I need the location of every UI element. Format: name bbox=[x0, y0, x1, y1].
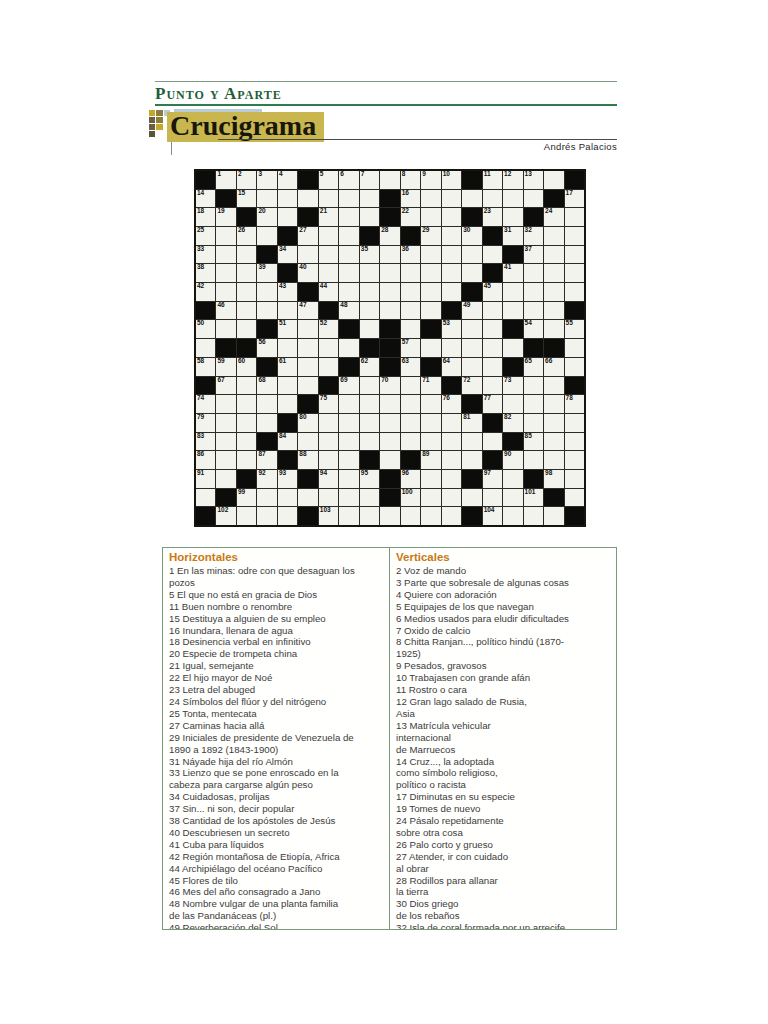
grid-cell[interactable] bbox=[565, 264, 584, 282]
grid-cell[interactable]: 99 bbox=[237, 489, 256, 507]
grid-cell[interactable]: 87 bbox=[257, 451, 276, 469]
grid-cell[interactable] bbox=[298, 377, 317, 395]
grid-cell[interactable] bbox=[565, 208, 584, 226]
grid-cell[interactable]: 94 bbox=[319, 470, 338, 488]
grid-cell[interactable] bbox=[360, 302, 379, 320]
grid-cell[interactable]: 11 bbox=[483, 171, 502, 189]
grid-cell[interactable] bbox=[503, 489, 522, 507]
grid-cell[interactable] bbox=[380, 283, 399, 301]
grid-cell[interactable] bbox=[462, 358, 481, 376]
grid-cell[interactable] bbox=[257, 227, 276, 245]
grid-cell[interactable]: 60 bbox=[237, 358, 256, 376]
grid-cell[interactable] bbox=[237, 246, 256, 264]
grid-cell[interactable] bbox=[421, 339, 440, 357]
grid-cell[interactable] bbox=[360, 507, 379, 525]
grid-cell[interactable] bbox=[442, 246, 461, 264]
grid-cell[interactable]: 79 bbox=[196, 414, 215, 432]
grid-cell[interactable]: 25 bbox=[196, 227, 215, 245]
grid-cell[interactable] bbox=[237, 395, 256, 413]
grid-cell[interactable] bbox=[524, 451, 543, 469]
grid-cell[interactable]: 92 bbox=[257, 470, 276, 488]
grid-cell[interactable]: 82 bbox=[503, 414, 522, 432]
grid-cell[interactable]: 76 bbox=[442, 395, 461, 413]
grid-cell[interactable] bbox=[257, 283, 276, 301]
grid-cell[interactable] bbox=[339, 470, 358, 488]
grid-cell[interactable]: 88 bbox=[298, 451, 317, 469]
grid-cell[interactable] bbox=[421, 190, 440, 208]
grid-cell[interactable] bbox=[339, 433, 358, 451]
grid-cell[interactable]: 91 bbox=[196, 470, 215, 488]
grid-cell[interactable] bbox=[319, 264, 338, 282]
grid-cell[interactable]: 49 bbox=[462, 302, 481, 320]
grid-cell[interactable] bbox=[544, 171, 563, 189]
grid-cell[interactable]: 16 bbox=[401, 190, 420, 208]
grid-cell[interactable] bbox=[565, 283, 584, 301]
grid-cell[interactable] bbox=[237, 507, 256, 525]
grid-cell[interactable]: 40 bbox=[298, 264, 317, 282]
grid-cell[interactable] bbox=[380, 302, 399, 320]
grid-cell[interactable] bbox=[237, 377, 256, 395]
grid-cell[interactable] bbox=[421, 433, 440, 451]
grid-cell[interactable] bbox=[421, 395, 440, 413]
grid-cell[interactable]: 37 bbox=[524, 246, 543, 264]
grid-cell[interactable] bbox=[360, 377, 379, 395]
grid-cell[interactable] bbox=[237, 283, 256, 301]
grid-cell[interactable]: 58 bbox=[196, 358, 215, 376]
grid-cell[interactable]: 18 bbox=[196, 208, 215, 226]
grid-cell[interactable]: 93 bbox=[278, 470, 297, 488]
grid-cell[interactable] bbox=[565, 339, 584, 357]
grid-cell[interactable]: 103 bbox=[319, 507, 338, 525]
grid-cell[interactable] bbox=[524, 264, 543, 282]
grid-cell[interactable] bbox=[278, 489, 297, 507]
grid-cell[interactable] bbox=[216, 320, 235, 338]
grid-cell[interactable]: 75 bbox=[319, 395, 338, 413]
grid-cell[interactable] bbox=[237, 451, 256, 469]
grid-cell[interactable]: 33 bbox=[196, 246, 215, 264]
grid-cell[interactable] bbox=[462, 339, 481, 357]
grid-cell[interactable] bbox=[503, 507, 522, 525]
grid-cell[interactable] bbox=[462, 451, 481, 469]
grid-cell[interactable]: 63 bbox=[401, 358, 420, 376]
crossword-grid[interactable]: 1234567891011121314151617181920212223242… bbox=[194, 169, 586, 527]
grid-cell[interactable] bbox=[503, 470, 522, 488]
grid-cell[interactable] bbox=[380, 171, 399, 189]
grid-cell[interactable] bbox=[544, 395, 563, 413]
grid-cell[interactable]: 7 bbox=[360, 171, 379, 189]
grid-cell[interactable]: 101 bbox=[524, 489, 543, 507]
grid-cell[interactable] bbox=[503, 302, 522, 320]
grid-cell[interactable]: 100 bbox=[401, 489, 420, 507]
grid-cell[interactable]: 14 bbox=[196, 190, 215, 208]
grid-cell[interactable] bbox=[339, 208, 358, 226]
grid-cell[interactable]: 85 bbox=[524, 433, 543, 451]
grid-cell[interactable]: 26 bbox=[237, 227, 256, 245]
grid-cell[interactable] bbox=[503, 283, 522, 301]
grid-cell[interactable]: 61 bbox=[278, 358, 297, 376]
grid-cell[interactable] bbox=[319, 414, 338, 432]
clue-line: como símbolo religioso, bbox=[396, 767, 611, 779]
grid-cell[interactable] bbox=[298, 489, 317, 507]
grid-cell[interactable] bbox=[339, 227, 358, 245]
grid-cell[interactable]: 68 bbox=[257, 377, 276, 395]
grid-cell[interactable] bbox=[462, 264, 481, 282]
grid-cell[interactable] bbox=[544, 264, 563, 282]
grid-cell[interactable] bbox=[462, 320, 481, 338]
grid-cell[interactable]: 41 bbox=[503, 264, 522, 282]
grid-cell[interactable] bbox=[442, 208, 461, 226]
grid-cell[interactable] bbox=[298, 190, 317, 208]
grid-cell[interactable]: 28 bbox=[380, 227, 399, 245]
grid-cell[interactable] bbox=[216, 227, 235, 245]
grid-cell[interactable] bbox=[339, 264, 358, 282]
grid-cell[interactable] bbox=[319, 451, 338, 469]
grid-cell[interactable] bbox=[483, 246, 502, 264]
grid-cell[interactable]: 22 bbox=[401, 208, 420, 226]
grid-cell[interactable] bbox=[380, 433, 399, 451]
grid-cell[interactable]: 50 bbox=[196, 320, 215, 338]
grid-cell[interactable] bbox=[442, 264, 461, 282]
grid-cell[interactable]: 5 bbox=[319, 171, 338, 189]
grid-cell[interactable]: 59 bbox=[216, 358, 235, 376]
grid-cell[interactable]: 77 bbox=[483, 395, 502, 413]
grid-cell[interactable]: 86 bbox=[196, 451, 215, 469]
grid-cell[interactable] bbox=[442, 507, 461, 525]
grid-cell[interactable]: 35 bbox=[360, 246, 379, 264]
grid-cell[interactable] bbox=[278, 395, 297, 413]
grid-cell[interactable]: 90 bbox=[503, 451, 522, 469]
grid-cell[interactable]: 80 bbox=[298, 414, 317, 432]
grid-cell[interactable] bbox=[483, 489, 502, 507]
grid-cell[interactable] bbox=[298, 433, 317, 451]
grid-cell[interactable] bbox=[462, 489, 481, 507]
grid-cell[interactable]: 55 bbox=[565, 320, 584, 338]
grid-cell[interactable] bbox=[278, 208, 297, 226]
grid-cell[interactable] bbox=[544, 433, 563, 451]
grid-cell[interactable]: 97 bbox=[483, 470, 502, 488]
grid-cell[interactable] bbox=[421, 507, 440, 525]
grid-cell[interactable] bbox=[257, 190, 276, 208]
grid-cell[interactable] bbox=[278, 302, 297, 320]
grid-cell[interactable] bbox=[360, 190, 379, 208]
grid-cell[interactable]: 10 bbox=[442, 171, 461, 189]
grid-cell[interactable] bbox=[278, 190, 297, 208]
grid-cell[interactable] bbox=[421, 470, 440, 488]
verticales-clues: 2 Voz de mando3 Parte que sobresale de a… bbox=[396, 565, 611, 930]
grid-cell[interactable] bbox=[339, 489, 358, 507]
grid-cell[interactable]: 30 bbox=[462, 227, 481, 245]
grid-cell[interactable] bbox=[380, 414, 399, 432]
grid-cell[interactable] bbox=[524, 302, 543, 320]
grid-cell[interactable]: 34 bbox=[278, 246, 297, 264]
grid-cell[interactable]: 31 bbox=[503, 227, 522, 245]
grid-cell[interactable]: 32 bbox=[524, 227, 543, 245]
grid-cell[interactable]: 24 bbox=[544, 208, 563, 226]
grid-cell[interactable] bbox=[421, 246, 440, 264]
grid-cell[interactable] bbox=[257, 414, 276, 432]
grid-cell[interactable] bbox=[565, 246, 584, 264]
grid-cell[interactable] bbox=[237, 264, 256, 282]
grid-cell[interactable]: 44 bbox=[319, 283, 338, 301]
grid-cell[interactable] bbox=[483, 320, 502, 338]
grid-cell[interactable] bbox=[278, 339, 297, 357]
grid-cell[interactable] bbox=[278, 377, 297, 395]
grid-cell[interactable] bbox=[298, 358, 317, 376]
grid-cell[interactable] bbox=[483, 377, 502, 395]
grid-cell[interactable] bbox=[524, 395, 543, 413]
grid-cell[interactable]: 78 bbox=[565, 395, 584, 413]
grid-cell[interactable]: 81 bbox=[462, 414, 481, 432]
grid-cell[interactable] bbox=[565, 414, 584, 432]
grid-cell[interactable] bbox=[544, 302, 563, 320]
grid-cell[interactable] bbox=[298, 246, 317, 264]
grid-cell[interactable] bbox=[257, 507, 276, 525]
grid-cell[interactable]: 72 bbox=[462, 377, 481, 395]
grid-cell[interactable] bbox=[544, 320, 563, 338]
grid-cell[interactable] bbox=[319, 339, 338, 357]
grid-cell[interactable]: 13 bbox=[524, 171, 543, 189]
grid-cell-black bbox=[360, 451, 379, 469]
grid-cell[interactable]: 9 bbox=[421, 171, 440, 189]
grid-cell[interactable]: 73 bbox=[503, 377, 522, 395]
grid-cell[interactable] bbox=[421, 302, 440, 320]
grid-cell[interactable] bbox=[298, 339, 317, 357]
grid-cell[interactable] bbox=[339, 507, 358, 525]
grid-cell[interactable]: 56 bbox=[257, 339, 276, 357]
grid-cell[interactable] bbox=[216, 246, 235, 264]
grid-cell[interactable]: 102 bbox=[216, 507, 235, 525]
grid-cell[interactable]: 1 bbox=[216, 171, 235, 189]
grid-cell[interactable] bbox=[442, 414, 461, 432]
grid-cell[interactable] bbox=[524, 507, 543, 525]
grid-cell[interactable] bbox=[442, 190, 461, 208]
grid-cell[interactable] bbox=[503, 208, 522, 226]
grid-cell[interactable]: 83 bbox=[196, 433, 215, 451]
grid-cell[interactable] bbox=[237, 433, 256, 451]
grid-cell[interactable] bbox=[216, 264, 235, 282]
grid-cell[interactable] bbox=[360, 395, 379, 413]
grid-cell[interactable] bbox=[401, 395, 420, 413]
grid-cell[interactable]: 74 bbox=[196, 395, 215, 413]
grid-cell[interactable] bbox=[503, 339, 522, 357]
grid-cell[interactable]: 57 bbox=[401, 339, 420, 357]
grid-cell[interactable] bbox=[401, 414, 420, 432]
grid-cell[interactable]: 104 bbox=[483, 507, 502, 525]
grid-cell[interactable]: 23 bbox=[483, 208, 502, 226]
grid-cell[interactable] bbox=[483, 358, 502, 376]
grid-cell[interactable] bbox=[319, 246, 338, 264]
grid-cell[interactable]: 27 bbox=[298, 227, 317, 245]
grid-cell[interactable]: 89 bbox=[421, 451, 440, 469]
grid-cell[interactable] bbox=[421, 208, 440, 226]
grid-cell[interactable]: 84 bbox=[278, 433, 297, 451]
grid-cell[interactable]: 6 bbox=[339, 171, 358, 189]
grid-cell[interactable] bbox=[380, 507, 399, 525]
grid-cell[interactable] bbox=[216, 395, 235, 413]
grid-cell[interactable] bbox=[319, 190, 338, 208]
grid-cell[interactable] bbox=[360, 264, 379, 282]
clue-number: 50 bbox=[197, 319, 204, 327]
grid-cell[interactable]: 36 bbox=[401, 246, 420, 264]
grid-cell[interactable] bbox=[544, 414, 563, 432]
grid-cell[interactable]: 45 bbox=[483, 283, 502, 301]
grid-cell[interactable] bbox=[319, 433, 338, 451]
grid-cell[interactable] bbox=[544, 227, 563, 245]
grid-cell[interactable] bbox=[339, 451, 358, 469]
grid-cell[interactable]: 17 bbox=[565, 190, 584, 208]
grid-cell[interactable]: 48 bbox=[339, 302, 358, 320]
grid-cell[interactable]: 42 bbox=[196, 283, 215, 301]
grid-cell[interactable]: 66 bbox=[544, 358, 563, 376]
grid-cell[interactable] bbox=[216, 414, 235, 432]
grid-cell[interactable] bbox=[421, 414, 440, 432]
grid-cell[interactable] bbox=[462, 190, 481, 208]
grid-cell[interactable] bbox=[462, 433, 481, 451]
grid-cell[interactable] bbox=[339, 283, 358, 301]
grid-cell[interactable] bbox=[380, 264, 399, 282]
grid-cell[interactable] bbox=[319, 358, 338, 376]
grid-cell[interactable] bbox=[544, 377, 563, 395]
grid-cell[interactable]: 47 bbox=[298, 302, 317, 320]
grid-cell[interactable]: 51 bbox=[278, 320, 297, 338]
grid-cell[interactable] bbox=[524, 283, 543, 301]
grid-cell[interactable] bbox=[483, 339, 502, 357]
grid-cell[interactable] bbox=[544, 451, 563, 469]
grid-cell[interactable] bbox=[237, 302, 256, 320]
grid-cell[interactable]: 21 bbox=[319, 208, 338, 226]
grid-cell[interactable]: 43 bbox=[278, 283, 297, 301]
grid-cell[interactable] bbox=[565, 489, 584, 507]
grid-cell[interactable] bbox=[380, 246, 399, 264]
grid-cell[interactable] bbox=[544, 283, 563, 301]
grid-cell[interactable] bbox=[462, 246, 481, 264]
grid-cell-black bbox=[544, 339, 563, 357]
grid-cell[interactable] bbox=[544, 507, 563, 525]
grid-cell[interactable] bbox=[401, 283, 420, 301]
grid-cell[interactable]: 46 bbox=[216, 302, 235, 320]
grid-cell[interactable] bbox=[339, 339, 358, 357]
grid-cell[interactable]: 71 bbox=[421, 377, 440, 395]
grid-cell[interactable] bbox=[524, 414, 543, 432]
grid-cell[interactable]: 54 bbox=[524, 320, 543, 338]
grid-cell[interactable]: 3 bbox=[257, 171, 276, 189]
grid-cell[interactable] bbox=[421, 283, 440, 301]
grid-cell[interactable] bbox=[216, 433, 235, 451]
grid-cell[interactable] bbox=[339, 395, 358, 413]
grid-cell[interactable] bbox=[565, 227, 584, 245]
grid-cell[interactable] bbox=[442, 470, 461, 488]
grid-cell[interactable] bbox=[360, 208, 379, 226]
grid-cell[interactable] bbox=[524, 190, 543, 208]
grid-cell[interactable] bbox=[442, 433, 461, 451]
grid-cell[interactable] bbox=[503, 395, 522, 413]
grid-cell[interactable] bbox=[257, 489, 276, 507]
grid-cell[interactable] bbox=[237, 320, 256, 338]
grid-cell[interactable] bbox=[442, 227, 461, 245]
grid-cell[interactable]: 95 bbox=[360, 470, 379, 488]
grid-cell[interactable] bbox=[380, 451, 399, 469]
grid-cell[interactable] bbox=[503, 190, 522, 208]
grid-cell[interactable]: 8 bbox=[401, 171, 420, 189]
grid-cell[interactable] bbox=[442, 339, 461, 357]
grid-cell[interactable] bbox=[216, 283, 235, 301]
grid-cell[interactable] bbox=[565, 451, 584, 469]
grid-cell[interactable] bbox=[565, 470, 584, 488]
grid-cell[interactable] bbox=[483, 190, 502, 208]
grid-cell[interactable] bbox=[196, 339, 215, 357]
grid-cell[interactable]: 53 bbox=[442, 320, 461, 338]
grid-cell[interactable]: 29 bbox=[421, 227, 440, 245]
grid-cell[interactable] bbox=[421, 489, 440, 507]
grid-cell[interactable] bbox=[216, 451, 235, 469]
grid-cell[interactable] bbox=[257, 302, 276, 320]
grid-cell[interactable] bbox=[339, 190, 358, 208]
grid-cell[interactable] bbox=[380, 395, 399, 413]
grid-cell[interactable] bbox=[401, 302, 420, 320]
grid-cell[interactable] bbox=[360, 414, 379, 432]
grid-cell[interactable] bbox=[483, 433, 502, 451]
grid-cell[interactable]: 52 bbox=[319, 320, 338, 338]
clue-number: 41 bbox=[504, 263, 511, 271]
grid-cell[interactable] bbox=[339, 246, 358, 264]
grid-cell[interactable] bbox=[196, 489, 215, 507]
grid-cell[interactable] bbox=[401, 264, 420, 282]
grid-cell[interactable] bbox=[401, 320, 420, 338]
grid-cell[interactable] bbox=[360, 320, 379, 338]
grid-cell[interactable] bbox=[544, 246, 563, 264]
grid-cell[interactable]: 12 bbox=[503, 171, 522, 189]
grid-cell[interactable]: 64 bbox=[442, 358, 461, 376]
grid-cell[interactable] bbox=[319, 489, 338, 507]
grid-cell[interactable] bbox=[216, 470, 235, 488]
grid-cell[interactable] bbox=[278, 507, 297, 525]
grid-cell[interactable] bbox=[421, 264, 440, 282]
grid-cell[interactable]: 67 bbox=[216, 377, 235, 395]
grid-cell[interactable] bbox=[442, 489, 461, 507]
grid-cell[interactable]: 2 bbox=[237, 171, 256, 189]
grid-cell[interactable]: 15 bbox=[237, 190, 256, 208]
grid-cell[interactable] bbox=[401, 377, 420, 395]
grid-cell[interactable] bbox=[442, 283, 461, 301]
grid-cell[interactable] bbox=[257, 395, 276, 413]
grid-cell[interactable] bbox=[360, 283, 379, 301]
grid-cell[interactable] bbox=[401, 507, 420, 525]
grid-cell[interactable]: 19 bbox=[216, 208, 235, 226]
grid-cell[interactable]: 62 bbox=[360, 358, 379, 376]
grid-cell[interactable] bbox=[483, 302, 502, 320]
grid-cell[interactable]: 38 bbox=[196, 264, 215, 282]
grid-cell[interactable]: 39 bbox=[257, 264, 276, 282]
grid-cell[interactable] bbox=[360, 489, 379, 507]
grid-cell[interactable]: 4 bbox=[278, 171, 297, 189]
grid-cell[interactable] bbox=[319, 227, 338, 245]
grid-cell[interactable]: 65 bbox=[524, 358, 543, 376]
grid-cell[interactable]: 96 bbox=[401, 470, 420, 488]
grid-cell[interactable] bbox=[360, 433, 379, 451]
grid-cell[interactable] bbox=[401, 433, 420, 451]
grid-cell[interactable] bbox=[298, 320, 317, 338]
grid-cell[interactable] bbox=[237, 414, 256, 432]
grid-cell[interactable] bbox=[339, 414, 358, 432]
grid-cell[interactable]: 69 bbox=[339, 377, 358, 395]
grid-cell[interactable] bbox=[524, 377, 543, 395]
grid-cell[interactable] bbox=[565, 358, 584, 376]
grid-cell[interactable]: 98 bbox=[544, 470, 563, 488]
grid-cell[interactable]: 20 bbox=[257, 208, 276, 226]
grid-cell[interactable]: 70 bbox=[380, 377, 399, 395]
grid-cell[interactable] bbox=[442, 451, 461, 469]
grid-cell[interactable] bbox=[565, 433, 584, 451]
